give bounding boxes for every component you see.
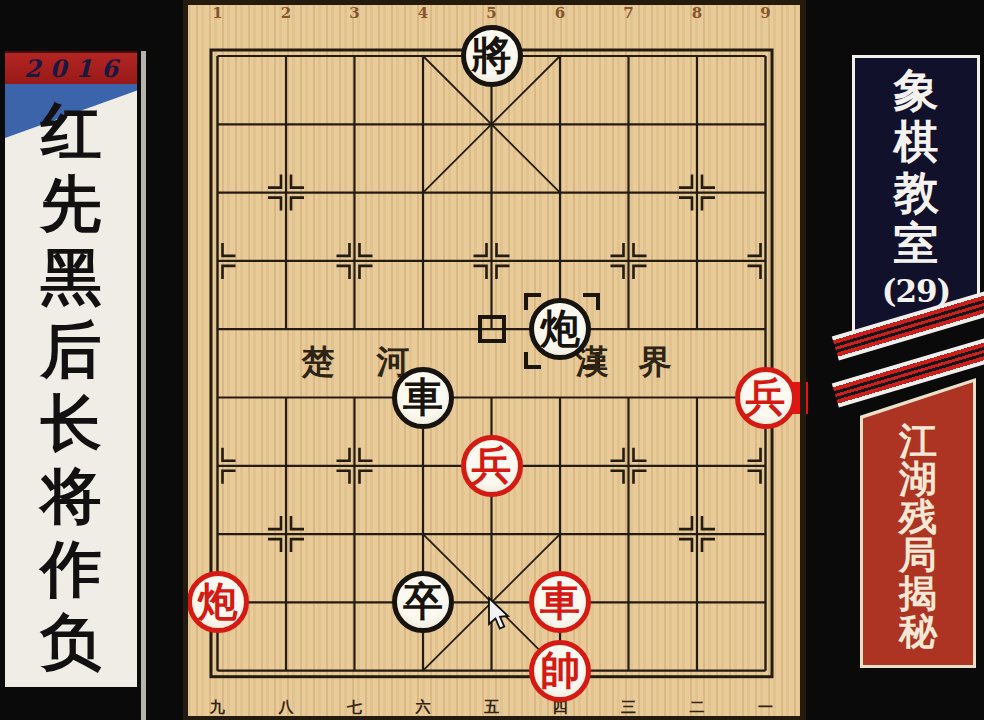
file-label-bottom: 六	[416, 698, 431, 717]
motto-char: 作	[41, 538, 102, 599]
piece-glyph: 兵	[472, 445, 512, 485]
left-panel: 2016 红先黑后长将作负	[5, 51, 137, 687]
file-label-top: 9	[760, 4, 770, 22]
subtitle-char: 残	[899, 498, 937, 536]
subtitle-text: 江湖残局揭秘	[863, 422, 973, 648]
piece-red-soldier-right[interactable]: 兵	[735, 367, 797, 429]
piece-red-general[interactable]: 帥	[529, 640, 591, 702]
file-label-top: 2	[281, 4, 291, 22]
piece-glyph: 車	[403, 377, 443, 417]
motto-char: 负	[41, 611, 102, 672]
piece-black-cannon[interactable]: 炮	[529, 298, 591, 360]
video-frame: 2016 红先黑后长将作负 123456789 九八七六五四三二一 楚河漢界 將…	[0, 0, 984, 720]
scroll-edge-strip	[141, 51, 146, 720]
file-label-top: 8	[692, 4, 702, 22]
piece-black-soldier[interactable]: 卒	[392, 571, 454, 633]
motto-char: 长	[41, 392, 102, 453]
motto-char: 红	[41, 100, 102, 161]
board-edge-left	[183, 0, 188, 720]
board-edge-top	[183, 0, 806, 5]
file-label-top: 3	[349, 4, 359, 22]
file-label-top: 6	[555, 4, 565, 22]
subtitle-char: 揭	[899, 574, 937, 612]
motto-scroll: 红先黑后长将作负	[5, 84, 137, 687]
piece-red-soldier-center[interactable]: 兵	[461, 435, 523, 497]
file-label-bottom: 五	[484, 698, 499, 717]
motto-char: 黑	[41, 246, 102, 307]
piece-glyph: 卒	[403, 581, 443, 621]
piece-black-general[interactable]: 將	[461, 25, 523, 87]
piece-red-cannon[interactable]: 炮	[187, 571, 249, 633]
board-edge-right	[800, 0, 806, 720]
motto-char: 后	[41, 319, 102, 380]
piece-red-chariot[interactable]: 車	[529, 571, 591, 633]
piece-glyph: 將	[472, 35, 512, 75]
file-label-bottom: 二	[690, 698, 705, 717]
subtitle-char: 江	[899, 422, 937, 460]
piece-glyph: 帥	[540, 650, 580, 690]
piece-black-chariot[interactable]: 車	[392, 367, 454, 429]
last-move-from-marker	[478, 315, 506, 343]
file-label-bottom: 一	[758, 698, 773, 717]
file-label-bottom: 七	[347, 698, 362, 717]
series-title-char: 教	[894, 170, 939, 215]
last-move-to-marker	[583, 293, 600, 310]
piece-glyph: 炮	[540, 308, 580, 348]
river-char: 楚	[302, 340, 335, 385]
motto-char: 先	[41, 173, 102, 234]
subtitle-panel: 江湖残局揭秘	[860, 378, 976, 668]
xiangqi-board: 123456789 九八七六五四三二一 楚河漢界 將炮車兵兵炮卒車帥	[183, 0, 806, 720]
series-title-char: 室	[894, 221, 939, 266]
piece-glyph: 車	[540, 581, 580, 621]
series-title-char: 象	[894, 68, 939, 113]
river-char: 界	[639, 340, 672, 385]
file-label-top: 1	[212, 4, 222, 22]
motto-char: 将	[41, 465, 102, 526]
file-label-bottom: 八	[279, 698, 294, 717]
subtitle-char: 秘	[899, 612, 937, 650]
piece-glyph: 兵	[746, 377, 786, 417]
piece-glyph: 炮	[198, 581, 238, 621]
file-label-top: 5	[486, 4, 496, 22]
year-banner: 2016	[5, 51, 137, 84]
series-title-text: 象棋教室	[855, 68, 977, 266]
motto-text: 红先黑后长将作负	[5, 100, 137, 672]
file-label-top: 4	[418, 4, 428, 22]
right-panel: 象棋教室 (29) 江湖残局揭秘	[840, 0, 984, 720]
year-text: 2016	[15, 54, 127, 83]
mouse-cursor-icon	[486, 596, 512, 632]
last-move-to-marker	[524, 352, 541, 369]
file-label-top: 7	[623, 4, 633, 22]
subtitle-char: 局	[899, 536, 937, 574]
board-edge-bottom	[183, 716, 806, 720]
series-title-char: 棋	[894, 119, 939, 164]
subtitle-char: 湖	[899, 460, 937, 498]
file-label-bottom: 三	[621, 698, 636, 717]
file-label-bottom: 九	[210, 698, 225, 717]
